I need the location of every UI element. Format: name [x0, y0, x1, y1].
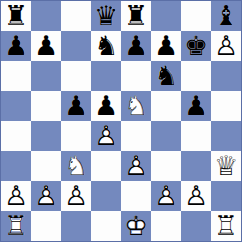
- square-h5[interactable]: [211, 91, 241, 121]
- square-c3[interactable]: [61, 151, 91, 181]
- white-queen[interactable]: [211, 151, 241, 181]
- chess-board: [0, 0, 242, 242]
- square-a3[interactable]: [1, 151, 31, 181]
- square-d7[interactable]: [91, 31, 121, 61]
- square-d6[interactable]: [91, 61, 121, 91]
- chess-board-container: [0, 0, 242, 242]
- square-f6[interactable]: [151, 61, 181, 91]
- white-knight[interactable]: [61, 151, 91, 181]
- square-g2[interactable]: [181, 181, 211, 211]
- square-a6[interactable]: [1, 61, 31, 91]
- black-king[interactable]: [181, 31, 211, 61]
- square-a4[interactable]: [1, 121, 31, 151]
- square-c7[interactable]: [61, 31, 91, 61]
- square-e5[interactable]: [121, 91, 151, 121]
- square-f5[interactable]: [151, 91, 181, 121]
- square-c5[interactable]: [61, 91, 91, 121]
- square-g4[interactable]: [181, 121, 211, 151]
- black-knight[interactable]: [151, 61, 181, 91]
- white-pawn[interactable]: [181, 181, 211, 211]
- square-f3[interactable]: [151, 151, 181, 181]
- square-h3[interactable]: [211, 151, 241, 181]
- square-e8[interactable]: [121, 1, 151, 31]
- square-e4[interactable]: [121, 121, 151, 151]
- square-d4[interactable]: [91, 121, 121, 151]
- square-a8[interactable]: [1, 1, 31, 31]
- square-g1[interactable]: [181, 211, 211, 241]
- square-b3[interactable]: [31, 151, 61, 181]
- square-g8[interactable]: [181, 1, 211, 31]
- square-e3[interactable]: [121, 151, 151, 181]
- black-pawn[interactable]: [121, 31, 151, 61]
- white-king[interactable]: [121, 211, 151, 241]
- square-a2[interactable]: [1, 181, 31, 211]
- white-pawn[interactable]: [211, 31, 241, 61]
- square-f8[interactable]: [151, 1, 181, 31]
- black-knight[interactable]: [91, 31, 121, 61]
- square-a7[interactable]: [1, 31, 31, 61]
- square-e1[interactable]: [121, 211, 151, 241]
- square-h2[interactable]: [211, 181, 241, 211]
- square-b6[interactable]: [31, 61, 61, 91]
- square-c1[interactable]: [61, 211, 91, 241]
- black-bishop[interactable]: [211, 1, 241, 31]
- square-a5[interactable]: [1, 91, 31, 121]
- white-pawn[interactable]: [61, 181, 91, 211]
- square-b7[interactable]: [31, 31, 61, 61]
- square-a1[interactable]: [1, 211, 31, 241]
- square-d1[interactable]: [91, 211, 121, 241]
- white-pawn[interactable]: [31, 181, 61, 211]
- square-h7[interactable]: [211, 31, 241, 61]
- square-c6[interactable]: [61, 61, 91, 91]
- square-h4[interactable]: [211, 121, 241, 151]
- black-pawn[interactable]: [181, 91, 211, 121]
- black-pawn[interactable]: [1, 31, 31, 61]
- black-pawn[interactable]: [31, 31, 61, 61]
- white-pawn[interactable]: [1, 181, 31, 211]
- square-e7[interactable]: [121, 31, 151, 61]
- black-pawn[interactable]: [91, 91, 121, 121]
- square-e6[interactable]: [121, 61, 151, 91]
- black-rook[interactable]: [121, 1, 151, 31]
- square-c4[interactable]: [61, 121, 91, 151]
- square-b1[interactable]: [31, 211, 61, 241]
- square-f7[interactable]: [151, 31, 181, 61]
- black-pawn[interactable]: [61, 91, 91, 121]
- square-b8[interactable]: [31, 1, 61, 31]
- square-b5[interactable]: [31, 91, 61, 121]
- black-rook[interactable]: [1, 1, 31, 31]
- square-h6[interactable]: [211, 61, 241, 91]
- square-d5[interactable]: [91, 91, 121, 121]
- square-f4[interactable]: [151, 121, 181, 151]
- square-c8[interactable]: [61, 1, 91, 31]
- white-pawn[interactable]: [121, 151, 151, 181]
- square-e2[interactable]: [121, 181, 151, 211]
- square-d8[interactable]: [91, 1, 121, 31]
- square-d3[interactable]: [91, 151, 121, 181]
- square-g6[interactable]: [181, 61, 211, 91]
- black-pawn[interactable]: [151, 31, 181, 61]
- white-knight[interactable]: [121, 91, 151, 121]
- square-g5[interactable]: [181, 91, 211, 121]
- black-queen[interactable]: [91, 1, 121, 31]
- white-rook[interactable]: [211, 211, 241, 241]
- square-f2[interactable]: [151, 181, 181, 211]
- white-pawn[interactable]: [91, 121, 121, 151]
- square-g3[interactable]: [181, 151, 211, 181]
- square-h8[interactable]: [211, 1, 241, 31]
- square-g7[interactable]: [181, 31, 211, 61]
- square-b4[interactable]: [31, 121, 61, 151]
- white-rook[interactable]: [1, 211, 31, 241]
- square-d2[interactable]: [91, 181, 121, 211]
- square-f1[interactable]: [151, 211, 181, 241]
- square-b2[interactable]: [31, 181, 61, 211]
- square-h1[interactable]: [211, 211, 241, 241]
- white-pawn[interactable]: [151, 181, 181, 211]
- square-c2[interactable]: [61, 181, 91, 211]
